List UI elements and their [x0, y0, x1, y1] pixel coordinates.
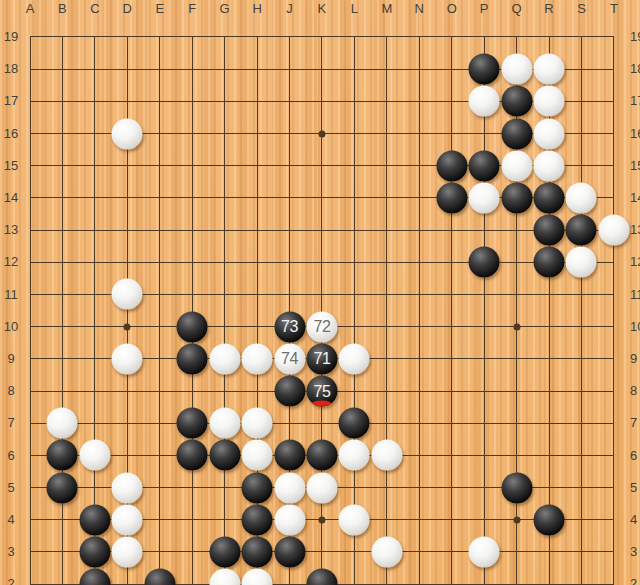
- intersection[interactable]: [273, 536, 305, 568]
- intersection[interactable]: [598, 472, 630, 504]
- intersection[interactable]: [435, 407, 467, 439]
- intersection[interactable]: [338, 536, 370, 568]
- intersection[interactable]: [533, 439, 565, 471]
- intersection[interactable]: [468, 343, 500, 375]
- intersection[interactable]: [208, 21, 240, 53]
- intersection[interactable]: [403, 53, 435, 85]
- intersection[interactable]: [144, 375, 176, 407]
- intersection[interactable]: [403, 150, 435, 182]
- intersection[interactable]: [468, 568, 500, 585]
- intersection[interactable]: [598, 375, 630, 407]
- intersection[interactable]: [273, 21, 305, 53]
- intersection[interactable]: [111, 182, 143, 214]
- intersection[interactable]: [468, 278, 500, 310]
- intersection[interactable]: [46, 343, 78, 375]
- intersection[interactable]: [598, 439, 630, 471]
- intersection[interactable]: [46, 182, 78, 214]
- intersection[interactable]: [598, 150, 630, 182]
- intersection[interactable]: [144, 117, 176, 149]
- intersection[interactable]: [79, 278, 111, 310]
- intersection[interactable]: [598, 278, 630, 310]
- intersection[interactable]: [144, 504, 176, 536]
- intersection[interactable]: [14, 53, 46, 85]
- intersection[interactable]: [79, 407, 111, 439]
- intersection[interactable]: [403, 375, 435, 407]
- intersection[interactable]: [533, 21, 565, 53]
- intersection[interactable]: [79, 117, 111, 149]
- intersection[interactable]: [403, 214, 435, 246]
- intersection[interactable]: [176, 536, 208, 568]
- intersection[interactable]: [176, 472, 208, 504]
- intersection[interactable]: [598, 407, 630, 439]
- intersection[interactable]: [306, 439, 338, 471]
- intersection[interactable]: [176, 278, 208, 310]
- intersection[interactable]: [371, 311, 403, 343]
- intersection[interactable]: [273, 278, 305, 310]
- intersection[interactable]: [565, 246, 597, 278]
- intersection[interactable]: [435, 439, 467, 471]
- intersection[interactable]: [306, 536, 338, 568]
- intersection[interactable]: [533, 182, 565, 214]
- intersection[interactable]: [435, 504, 467, 536]
- intersection[interactable]: [403, 439, 435, 471]
- intersection[interactable]: [371, 504, 403, 536]
- intersection[interactable]: [533, 536, 565, 568]
- intersection[interactable]: [176, 439, 208, 471]
- intersection[interactable]: [338, 568, 370, 585]
- intersection[interactable]: [241, 343, 273, 375]
- intersection[interactable]: [111, 407, 143, 439]
- intersection[interactable]: [208, 182, 240, 214]
- intersection[interactable]: [79, 375, 111, 407]
- intersection[interactable]: [468, 117, 500, 149]
- intersection[interactable]: [46, 407, 78, 439]
- intersection[interactable]: [533, 311, 565, 343]
- intersection[interactable]: [598, 85, 630, 117]
- intersection[interactable]: [500, 568, 532, 585]
- intersection[interactable]: [111, 246, 143, 278]
- intersection[interactable]: [14, 311, 46, 343]
- intersection[interactable]: [241, 472, 273, 504]
- intersection[interactable]: [144, 21, 176, 53]
- intersection[interactable]: [468, 182, 500, 214]
- intersection[interactable]: [241, 246, 273, 278]
- intersection[interactable]: [306, 150, 338, 182]
- intersection[interactable]: [241, 311, 273, 343]
- intersection[interactable]: [176, 407, 208, 439]
- intersection[interactable]: [533, 278, 565, 310]
- intersection[interactable]: [565, 536, 597, 568]
- intersection[interactable]: [338, 246, 370, 278]
- intersection[interactable]: [46, 375, 78, 407]
- intersection[interactable]: [208, 150, 240, 182]
- intersection[interactable]: [208, 278, 240, 310]
- intersection[interactable]: 73: [273, 311, 305, 343]
- intersection[interactable]: [241, 150, 273, 182]
- intersection[interactable]: [144, 246, 176, 278]
- intersection[interactable]: [306, 278, 338, 310]
- intersection[interactable]: [273, 150, 305, 182]
- intersection[interactable]: [46, 117, 78, 149]
- intersection[interactable]: [208, 472, 240, 504]
- intersection[interactable]: [79, 150, 111, 182]
- intersection[interactable]: [468, 85, 500, 117]
- intersection[interactable]: [533, 246, 565, 278]
- intersection[interactable]: [176, 214, 208, 246]
- intersection[interactable]: [565, 21, 597, 53]
- intersection[interactable]: [79, 85, 111, 117]
- intersection[interactable]: [371, 85, 403, 117]
- intersection[interactable]: [565, 504, 597, 536]
- intersection[interactable]: [273, 504, 305, 536]
- intersection[interactable]: [435, 568, 467, 585]
- intersection[interactable]: [79, 472, 111, 504]
- intersection[interactable]: [435, 117, 467, 149]
- intersection[interactable]: [435, 53, 467, 85]
- intersection[interactable]: [144, 472, 176, 504]
- intersection[interactable]: [79, 214, 111, 246]
- intersection[interactable]: [338, 117, 370, 149]
- intersection[interactable]: [208, 246, 240, 278]
- intersection[interactable]: [79, 21, 111, 53]
- intersection[interactable]: [565, 472, 597, 504]
- intersection[interactable]: [435, 85, 467, 117]
- intersection[interactable]: [111, 150, 143, 182]
- intersection[interactable]: [306, 246, 338, 278]
- intersection[interactable]: [371, 117, 403, 149]
- intersection[interactable]: [14, 439, 46, 471]
- intersection[interactable]: [14, 343, 46, 375]
- intersection[interactable]: [500, 21, 532, 53]
- intersection[interactable]: [208, 214, 240, 246]
- intersection[interactable]: [468, 246, 500, 278]
- intersection[interactable]: [208, 53, 240, 85]
- intersection[interactable]: [111, 53, 143, 85]
- intersection[interactable]: [144, 182, 176, 214]
- intersection[interactable]: [208, 375, 240, 407]
- intersection[interactable]: [46, 214, 78, 246]
- intersection[interactable]: [533, 375, 565, 407]
- intersection[interactable]: [176, 343, 208, 375]
- intersection[interactable]: [338, 472, 370, 504]
- intersection[interactable]: [14, 407, 46, 439]
- intersection[interactable]: [111, 117, 143, 149]
- intersection[interactable]: [14, 375, 46, 407]
- intersection[interactable]: [14, 278, 46, 310]
- intersection[interactable]: [565, 375, 597, 407]
- intersection[interactable]: [176, 53, 208, 85]
- intersection[interactable]: [500, 85, 532, 117]
- intersection[interactable]: [46, 150, 78, 182]
- intersection[interactable]: [208, 117, 240, 149]
- intersection[interactable]: [338, 214, 370, 246]
- intersection[interactable]: [468, 536, 500, 568]
- intersection[interactable]: [565, 311, 597, 343]
- intersection[interactable]: [46, 311, 78, 343]
- intersection[interactable]: 71: [306, 343, 338, 375]
- intersection[interactable]: [79, 53, 111, 85]
- intersection[interactable]: [500, 375, 532, 407]
- intersection[interactable]: [500, 439, 532, 471]
- intersection[interactable]: [533, 568, 565, 585]
- intersection[interactable]: [468, 150, 500, 182]
- intersection[interactable]: [598, 182, 630, 214]
- intersection[interactable]: [208, 343, 240, 375]
- intersection[interactable]: [176, 375, 208, 407]
- intersection[interactable]: [468, 311, 500, 343]
- intersection[interactable]: [241, 568, 273, 585]
- intersection[interactable]: [565, 150, 597, 182]
- intersection[interactable]: [500, 182, 532, 214]
- intersection[interactable]: [598, 53, 630, 85]
- intersection[interactable]: [468, 53, 500, 85]
- intersection[interactable]: [79, 504, 111, 536]
- intersection[interactable]: [241, 117, 273, 149]
- intersection[interactable]: [598, 568, 630, 585]
- intersection[interactable]: [273, 246, 305, 278]
- intersection[interactable]: [565, 568, 597, 585]
- intersection[interactable]: [208, 568, 240, 585]
- intersection[interactable]: [14, 504, 46, 536]
- intersection[interactable]: [176, 311, 208, 343]
- intersection[interactable]: [79, 246, 111, 278]
- intersection[interactable]: [500, 343, 532, 375]
- intersection[interactable]: [46, 536, 78, 568]
- intersection[interactable]: [14, 85, 46, 117]
- intersection[interactable]: [144, 311, 176, 343]
- intersection[interactable]: [144, 53, 176, 85]
- intersection[interactable]: [533, 85, 565, 117]
- intersection[interactable]: [338, 375, 370, 407]
- intersection[interactable]: [176, 568, 208, 585]
- intersection[interactable]: [111, 568, 143, 585]
- intersection[interactable]: [565, 407, 597, 439]
- intersection[interactable]: [111, 536, 143, 568]
- intersection[interactable]: [241, 536, 273, 568]
- intersection[interactable]: [371, 53, 403, 85]
- intersection[interactable]: [46, 472, 78, 504]
- intersection[interactable]: [435, 21, 467, 53]
- intersection[interactable]: [565, 53, 597, 85]
- intersection[interactable]: [435, 536, 467, 568]
- intersection[interactable]: [533, 150, 565, 182]
- intersection[interactable]: [565, 343, 597, 375]
- intersection[interactable]: [403, 246, 435, 278]
- intersection[interactable]: [111, 504, 143, 536]
- intersection[interactable]: [371, 343, 403, 375]
- intersection[interactable]: [598, 536, 630, 568]
- intersection[interactable]: [306, 182, 338, 214]
- intersection[interactable]: [176, 182, 208, 214]
- intersection[interactable]: [144, 407, 176, 439]
- intersection[interactable]: [371, 278, 403, 310]
- intersection[interactable]: [111, 343, 143, 375]
- intersection[interactable]: [533, 214, 565, 246]
- intersection[interactable]: [14, 214, 46, 246]
- intersection[interactable]: [338, 439, 370, 471]
- intersection[interactable]: [79, 311, 111, 343]
- intersection[interactable]: [371, 375, 403, 407]
- intersection[interactable]: [338, 311, 370, 343]
- intersection[interactable]: [435, 182, 467, 214]
- intersection[interactable]: [241, 214, 273, 246]
- intersection[interactable]: [500, 311, 532, 343]
- intersection[interactable]: [500, 214, 532, 246]
- intersection[interactable]: [500, 407, 532, 439]
- intersection[interactable]: [371, 568, 403, 585]
- intersection[interactable]: [111, 311, 143, 343]
- intersection[interactable]: [208, 85, 240, 117]
- intersection[interactable]: [435, 343, 467, 375]
- intersection[interactable]: [403, 278, 435, 310]
- intersection[interactable]: [273, 472, 305, 504]
- intersection[interactable]: [371, 182, 403, 214]
- intersection[interactable]: [338, 150, 370, 182]
- intersection[interactable]: [111, 439, 143, 471]
- intersection[interactable]: [338, 53, 370, 85]
- intersection[interactable]: [208, 536, 240, 568]
- intersection[interactable]: [176, 117, 208, 149]
- intersection[interactable]: [46, 439, 78, 471]
- intersection[interactable]: [46, 504, 78, 536]
- intersection[interactable]: [403, 472, 435, 504]
- intersection[interactable]: [46, 278, 78, 310]
- intersection[interactable]: [208, 439, 240, 471]
- intersection[interactable]: [46, 21, 78, 53]
- intersection[interactable]: [306, 504, 338, 536]
- intersection[interactable]: [598, 504, 630, 536]
- intersection[interactable]: [403, 311, 435, 343]
- intersection[interactable]: [46, 246, 78, 278]
- intersection[interactable]: [144, 150, 176, 182]
- intersection[interactable]: [598, 214, 630, 246]
- intersection[interactable]: [500, 472, 532, 504]
- intersection[interactable]: [435, 214, 467, 246]
- intersection[interactable]: [533, 117, 565, 149]
- intersection[interactable]: [306, 21, 338, 53]
- intersection[interactable]: [403, 536, 435, 568]
- intersection[interactable]: [565, 117, 597, 149]
- intersection[interactable]: [208, 311, 240, 343]
- intersection[interactable]: [14, 472, 46, 504]
- intersection[interactable]: [533, 472, 565, 504]
- intersection[interactable]: [338, 407, 370, 439]
- intersection[interactable]: [565, 278, 597, 310]
- intersection[interactable]: [533, 407, 565, 439]
- intersection[interactable]: [79, 536, 111, 568]
- intersection[interactable]: [14, 568, 46, 585]
- intersection[interactable]: [273, 439, 305, 471]
- intersection[interactable]: [144, 214, 176, 246]
- intersection[interactable]: [565, 85, 597, 117]
- intersection[interactable]: [435, 246, 467, 278]
- intersection[interactable]: [14, 21, 46, 53]
- intersection[interactable]: [273, 568, 305, 585]
- intersection[interactable]: [46, 53, 78, 85]
- intersection[interactable]: [533, 53, 565, 85]
- intersection[interactable]: [371, 214, 403, 246]
- intersection[interactable]: [565, 439, 597, 471]
- intersection[interactable]: [79, 568, 111, 585]
- intersection[interactable]: [598, 343, 630, 375]
- intersection[interactable]: [338, 85, 370, 117]
- intersection[interactable]: [14, 246, 46, 278]
- intersection[interactable]: [46, 568, 78, 585]
- intersection[interactable]: [241, 53, 273, 85]
- go-board[interactable]: 7372747175: [14, 21, 630, 585]
- intersection[interactable]: [468, 407, 500, 439]
- intersection[interactable]: [500, 53, 532, 85]
- intersection[interactable]: [500, 504, 532, 536]
- intersection[interactable]: [403, 504, 435, 536]
- intersection[interactable]: [371, 246, 403, 278]
- intersection[interactable]: [176, 85, 208, 117]
- intersection[interactable]: [144, 439, 176, 471]
- intersection[interactable]: [500, 117, 532, 149]
- intersection[interactable]: [46, 85, 78, 117]
- intersection[interactable]: [273, 53, 305, 85]
- intersection[interactable]: [273, 214, 305, 246]
- intersection[interactable]: [306, 214, 338, 246]
- intersection[interactable]: [306, 568, 338, 585]
- intersection[interactable]: [306, 117, 338, 149]
- intersection[interactable]: [241, 504, 273, 536]
- intersection[interactable]: [79, 343, 111, 375]
- intersection[interactable]: [144, 278, 176, 310]
- intersection[interactable]: [371, 407, 403, 439]
- intersection[interactable]: [273, 117, 305, 149]
- intersection[interactable]: [598, 117, 630, 149]
- intersection[interactable]: [435, 472, 467, 504]
- intersection[interactable]: [306, 407, 338, 439]
- intersection[interactable]: [500, 246, 532, 278]
- intersection[interactable]: [273, 375, 305, 407]
- intersection[interactable]: [144, 85, 176, 117]
- intersection[interactable]: [241, 21, 273, 53]
- intersection[interactable]: [468, 439, 500, 471]
- intersection[interactable]: [144, 536, 176, 568]
- intersection[interactable]: [598, 21, 630, 53]
- intersection[interactable]: [338, 21, 370, 53]
- intersection[interactable]: [273, 407, 305, 439]
- intersection[interactable]: [306, 53, 338, 85]
- intersection[interactable]: 75: [306, 375, 338, 407]
- intersection[interactable]: [79, 439, 111, 471]
- intersection[interactable]: [500, 278, 532, 310]
- intersection[interactable]: [403, 182, 435, 214]
- intersection[interactable]: [371, 472, 403, 504]
- intersection[interactable]: [500, 536, 532, 568]
- intersection[interactable]: [598, 246, 630, 278]
- intersection[interactable]: [306, 472, 338, 504]
- intersection[interactable]: [241, 182, 273, 214]
- intersection[interactable]: [403, 568, 435, 585]
- intersection[interactable]: [338, 504, 370, 536]
- intersection[interactable]: [306, 85, 338, 117]
- intersection[interactable]: [500, 150, 532, 182]
- intersection[interactable]: [338, 343, 370, 375]
- intersection[interactable]: [403, 85, 435, 117]
- intersection[interactable]: [241, 439, 273, 471]
- intersection[interactable]: [403, 343, 435, 375]
- intersection[interactable]: [14, 117, 46, 149]
- intersection[interactable]: [598, 311, 630, 343]
- intersection[interactable]: [468, 214, 500, 246]
- intersection[interactable]: [144, 568, 176, 585]
- intersection[interactable]: [533, 343, 565, 375]
- intersection[interactable]: [208, 407, 240, 439]
- intersection[interactable]: [435, 150, 467, 182]
